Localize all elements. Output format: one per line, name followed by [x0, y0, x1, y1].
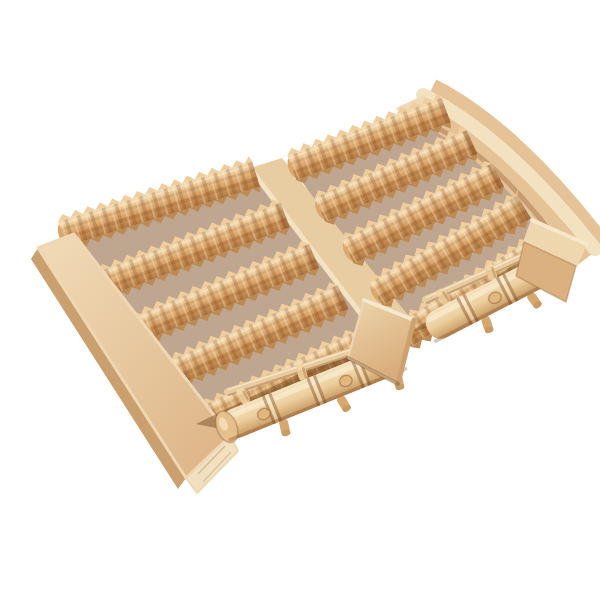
foot-massager-photo [0, 0, 600, 600]
product-photo [0, 0, 600, 600]
